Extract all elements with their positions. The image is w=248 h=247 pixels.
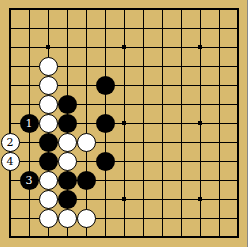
- stone-white: [39, 171, 58, 190]
- stone-white: [39, 190, 58, 209]
- stone-white: [39, 209, 58, 228]
- stone-white: [39, 114, 58, 133]
- stone-black: [77, 171, 96, 190]
- go-board[interactable]: 1243: [0, 0, 247, 247]
- stone-white: [58, 152, 77, 171]
- stone-black-move-1: 1: [20, 114, 39, 133]
- move-number-label: 1: [26, 114, 33, 133]
- stone-black: [96, 114, 115, 133]
- stone-white: [39, 76, 58, 95]
- stone-white-move-2: 2: [1, 133, 20, 152]
- stone-black: [39, 133, 58, 152]
- stone-black: [58, 95, 77, 114]
- stone-white: [77, 133, 96, 152]
- stones-layer: 1243: [1, 0, 248, 247]
- stone-black: [58, 190, 77, 209]
- stone-black: [96, 152, 115, 171]
- move-number-label: 3: [26, 171, 33, 190]
- stone-black: [39, 152, 58, 171]
- stone-black-move-3: 3: [20, 171, 39, 190]
- stone-white: [39, 57, 58, 76]
- move-number-label: 4: [7, 152, 14, 171]
- stone-white: [58, 209, 77, 228]
- stone-white: [77, 209, 96, 228]
- stone-black: [96, 76, 115, 95]
- stone-black: [58, 171, 77, 190]
- move-number-label: 2: [7, 133, 14, 152]
- stone-white: [39, 95, 58, 114]
- stone-white: [58, 133, 77, 152]
- stone-white-move-4: 4: [1, 152, 20, 171]
- stone-black: [58, 114, 77, 133]
